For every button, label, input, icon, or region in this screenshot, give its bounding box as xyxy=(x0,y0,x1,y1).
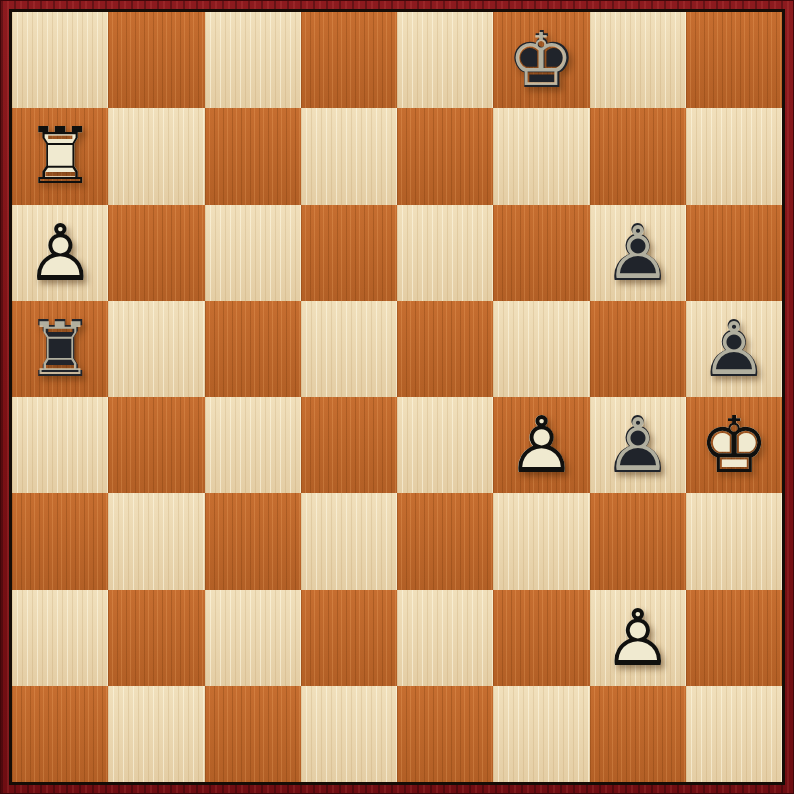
square-a5[interactable]: ♜♖ xyxy=(12,301,108,397)
square-e2[interactable] xyxy=(397,590,493,686)
square-e1[interactable] xyxy=(397,686,493,782)
square-b6[interactable] xyxy=(108,205,204,301)
square-d2[interactable] xyxy=(301,590,397,686)
square-a8[interactable] xyxy=(12,12,108,108)
square-g6[interactable]: ♟♙ xyxy=(590,205,686,301)
square-d8[interactable] xyxy=(301,12,397,108)
square-f8[interactable]: ♚♔ xyxy=(493,12,589,108)
square-e8[interactable] xyxy=(397,12,493,108)
black-pawn-outline-icon: ♙ xyxy=(593,208,683,298)
piece-white-pawn[interactable]: ♟♙ xyxy=(493,397,589,493)
square-e6[interactable] xyxy=(397,205,493,301)
square-h7[interactable] xyxy=(686,108,782,204)
black-pawn-outline-icon: ♙ xyxy=(689,304,779,394)
square-d7[interactable] xyxy=(301,108,397,204)
square-h5[interactable]: ♟♙ xyxy=(686,301,782,397)
white-king-outline-icon: ♔ xyxy=(686,397,782,493)
square-h6[interactable] xyxy=(686,205,782,301)
square-c4[interactable] xyxy=(205,397,301,493)
square-a6[interactable]: ♟♙ xyxy=(12,205,108,301)
square-b5[interactable] xyxy=(108,301,204,397)
square-g1[interactable] xyxy=(590,686,686,782)
square-c8[interactable] xyxy=(205,12,301,108)
square-d6[interactable] xyxy=(301,205,397,301)
square-g8[interactable] xyxy=(590,12,686,108)
square-f2[interactable] xyxy=(493,590,589,686)
square-a4[interactable] xyxy=(12,397,108,493)
square-c3[interactable] xyxy=(205,493,301,589)
black-rook-outline-icon: ♖ xyxy=(15,304,105,394)
square-g3[interactable] xyxy=(590,493,686,589)
square-b8[interactable] xyxy=(108,12,204,108)
square-g5[interactable] xyxy=(590,301,686,397)
square-c2[interactable] xyxy=(205,590,301,686)
white-pawn-outline-icon: ♙ xyxy=(12,205,108,301)
square-d3[interactable] xyxy=(301,493,397,589)
square-d4[interactable] xyxy=(301,397,397,493)
square-g2[interactable]: ♟♙ xyxy=(590,590,686,686)
square-f3[interactable] xyxy=(493,493,589,589)
square-a7[interactable]: ♜♖ xyxy=(12,108,108,204)
piece-white-rook[interactable]: ♜♖ xyxy=(12,108,108,204)
square-a1[interactable] xyxy=(12,686,108,782)
square-b7[interactable] xyxy=(108,108,204,204)
square-b4[interactable] xyxy=(108,397,204,493)
square-f7[interactable] xyxy=(493,108,589,204)
piece-black-rook[interactable]: ♜♖ xyxy=(12,301,108,397)
square-b3[interactable] xyxy=(108,493,204,589)
black-king-outline-icon: ♔ xyxy=(497,15,587,105)
piece-white-pawn[interactable]: ♟♙ xyxy=(12,205,108,301)
square-c1[interactable] xyxy=(205,686,301,782)
square-h8[interactable] xyxy=(686,12,782,108)
square-e3[interactable] xyxy=(397,493,493,589)
white-rook-outline-icon: ♖ xyxy=(12,108,108,204)
black-pawn-outline-icon: ♙ xyxy=(593,400,683,490)
chess-board: ♚♔♜♖♟♙♟♙♜♖♟♙♟♙♟♙♚♔♟♙ xyxy=(9,9,785,785)
square-g4[interactable]: ♟♙ xyxy=(590,397,686,493)
board-frame: ♚♔♜♖♟♙♟♙♜♖♟♙♟♙♟♙♚♔♟♙ xyxy=(0,0,794,794)
white-pawn-outline-icon: ♙ xyxy=(590,590,686,686)
piece-black-king[interactable]: ♚♔ xyxy=(493,12,589,108)
square-b2[interactable] xyxy=(108,590,204,686)
square-d1[interactable] xyxy=(301,686,397,782)
square-f5[interactable] xyxy=(493,301,589,397)
square-a2[interactable] xyxy=(12,590,108,686)
square-e5[interactable] xyxy=(397,301,493,397)
square-h2[interactable] xyxy=(686,590,782,686)
piece-black-pawn[interactable]: ♟♙ xyxy=(686,301,782,397)
square-f1[interactable] xyxy=(493,686,589,782)
square-a3[interactable] xyxy=(12,493,108,589)
piece-black-pawn[interactable]: ♟♙ xyxy=(590,205,686,301)
square-d5[interactable] xyxy=(301,301,397,397)
square-h1[interactable] xyxy=(686,686,782,782)
white-pawn-outline-icon: ♙ xyxy=(493,397,589,493)
square-g7[interactable] xyxy=(590,108,686,204)
square-f6[interactable] xyxy=(493,205,589,301)
piece-white-pawn[interactable]: ♟♙ xyxy=(590,590,686,686)
square-c7[interactable] xyxy=(205,108,301,204)
piece-black-pawn[interactable]: ♟♙ xyxy=(590,397,686,493)
square-e4[interactable] xyxy=(397,397,493,493)
square-b1[interactable] xyxy=(108,686,204,782)
square-h3[interactable] xyxy=(686,493,782,589)
square-c6[interactable] xyxy=(205,205,301,301)
piece-white-king[interactable]: ♚♔ xyxy=(686,397,782,493)
square-c5[interactable] xyxy=(205,301,301,397)
square-e7[interactable] xyxy=(397,108,493,204)
square-h4[interactable]: ♚♔ xyxy=(686,397,782,493)
square-f4[interactable]: ♟♙ xyxy=(493,397,589,493)
